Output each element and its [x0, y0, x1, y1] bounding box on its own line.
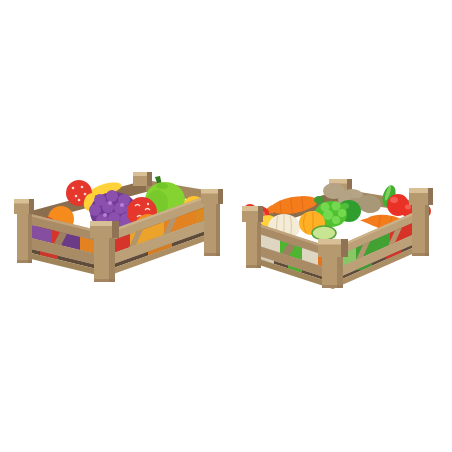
- fruit-crate: [14, 172, 223, 282]
- product-photo: [0, 0, 452, 452]
- left-post: [242, 206, 263, 268]
- back-post-cap: [133, 172, 152, 186]
- carrot-top-greens: [314, 196, 324, 204]
- cucumber-half: [312, 226, 336, 240]
- toy-crates-photo: [0, 0, 452, 452]
- right-post: [409, 188, 433, 256]
- right-post: [201, 189, 223, 256]
- vegetable-crate: [242, 179, 433, 289]
- front-post: [90, 221, 119, 282]
- left-post: [14, 199, 34, 263]
